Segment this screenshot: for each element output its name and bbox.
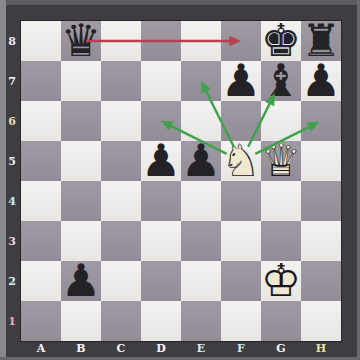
square-d1[interactable] <box>141 301 181 341</box>
square-e2[interactable] <box>181 261 221 301</box>
piece-black-pawn[interactable]: ♟ <box>61 261 101 301</box>
square-c7[interactable] <box>101 61 141 101</box>
square-b5[interactable] <box>61 141 101 181</box>
square-d7[interactable] <box>141 61 181 101</box>
square-b4[interactable] <box>61 181 101 221</box>
queen-outline-glyph: ♕ <box>261 141 301 181</box>
square-b2[interactable]: ♟ <box>61 261 101 301</box>
rank-label-2: 2 <box>4 261 20 301</box>
rank-label-7: 7 <box>4 61 20 101</box>
square-f2[interactable] <box>221 261 261 301</box>
square-e8[interactable] <box>181 21 221 61</box>
square-d3[interactable] <box>141 221 181 261</box>
square-d8[interactable] <box>141 21 181 61</box>
rank-label-3: 3 <box>4 221 20 261</box>
square-a8[interactable] <box>21 21 61 61</box>
square-h1[interactable] <box>301 301 341 341</box>
square-c4[interactable] <box>101 181 141 221</box>
square-h6[interactable] <box>301 101 341 141</box>
square-g1[interactable] <box>261 301 301 341</box>
rank-label-8: 8 <box>4 21 20 61</box>
square-f4[interactable] <box>221 181 261 221</box>
file-label-A: A <box>21 341 61 358</box>
file-label-E: E <box>181 341 221 358</box>
square-e7[interactable] <box>181 61 221 101</box>
file-label-F: F <box>221 341 261 358</box>
square-d2[interactable] <box>141 261 181 301</box>
file-label-G: G <box>261 341 301 358</box>
piece-white-queen[interactable]: ♛♕ <box>261 141 301 181</box>
piece-white-king[interactable]: ♚♔ <box>261 261 301 301</box>
knight-outline-glyph: ♘ <box>221 141 261 181</box>
square-a3[interactable] <box>21 221 61 261</box>
square-c8[interactable] <box>101 21 141 61</box>
piece-black-bishop[interactable]: ♝ <box>261 61 301 101</box>
square-c6[interactable] <box>101 101 141 141</box>
square-h2[interactable] <box>301 261 341 301</box>
piece-black-pawn[interactable]: ♟ <box>301 61 341 101</box>
square-g5[interactable]: ♛♕ <box>261 141 301 181</box>
square-h3[interactable] <box>301 221 341 261</box>
square-a1[interactable] <box>21 301 61 341</box>
frame-edge-top <box>0 0 360 5</box>
rank-label-1: 1 <box>4 301 20 341</box>
square-b1[interactable] <box>61 301 101 341</box>
square-c1[interactable] <box>101 301 141 341</box>
file-label-D: D <box>141 341 181 358</box>
rank-label-4: 4 <box>4 181 20 221</box>
square-f5[interactable]: ♞♘ <box>221 141 261 181</box>
piece-white-knight[interactable]: ♞♘ <box>221 141 261 181</box>
piece-black-pawn[interactable]: ♟ <box>181 141 221 181</box>
square-h4[interactable] <box>301 181 341 221</box>
square-a4[interactable] <box>21 181 61 221</box>
square-g2[interactable]: ♚♔ <box>261 261 301 301</box>
square-e3[interactable] <box>181 221 221 261</box>
square-b8[interactable]: ♛ <box>61 21 101 61</box>
chess-board[interactable]: ♛♚♜♟♝♟♟♟♞♘♛♕♟♚♔ <box>21 21 341 341</box>
square-h7[interactable]: ♟ <box>301 61 341 101</box>
square-a6[interactable] <box>21 101 61 141</box>
piece-black-pawn[interactable]: ♟ <box>221 61 261 101</box>
square-c2[interactable] <box>101 261 141 301</box>
king-outline-glyph: ♔ <box>261 261 301 301</box>
file-labels: ABCDEFGH <box>21 341 341 358</box>
square-b7[interactable] <box>61 61 101 101</box>
square-d4[interactable] <box>141 181 181 221</box>
rank-label-6: 6 <box>4 101 20 141</box>
square-a7[interactable] <box>21 61 61 101</box>
square-c5[interactable] <box>101 141 141 181</box>
square-e4[interactable] <box>181 181 221 221</box>
file-label-B: B <box>61 341 101 358</box>
square-f3[interactable] <box>221 221 261 261</box>
file-label-C: C <box>101 341 141 358</box>
square-c3[interactable] <box>101 221 141 261</box>
square-e1[interactable] <box>181 301 221 341</box>
square-b6[interactable] <box>61 101 101 141</box>
square-g4[interactable] <box>261 181 301 221</box>
piece-black-pawn[interactable]: ♟ <box>141 141 181 181</box>
square-e5[interactable]: ♟ <box>181 141 221 181</box>
square-f1[interactable] <box>221 301 261 341</box>
rank-label-5: 5 <box>4 141 20 181</box>
rank-labels: 87654321 <box>4 21 20 341</box>
chess-diagram: 87654321 ABCDEFGH ♛♚♜♟♝♟♟♟♞♘♛♕♟♚♔ <box>0 0 360 360</box>
square-h5[interactable] <box>301 141 341 181</box>
file-label-H: H <box>301 341 341 358</box>
square-a5[interactable] <box>21 141 61 181</box>
square-f7[interactable]: ♟ <box>221 61 261 101</box>
square-a2[interactable] <box>21 261 61 301</box>
square-g7[interactable]: ♝ <box>261 61 301 101</box>
piece-black-queen[interactable]: ♛ <box>61 21 101 61</box>
square-d5[interactable]: ♟ <box>141 141 181 181</box>
